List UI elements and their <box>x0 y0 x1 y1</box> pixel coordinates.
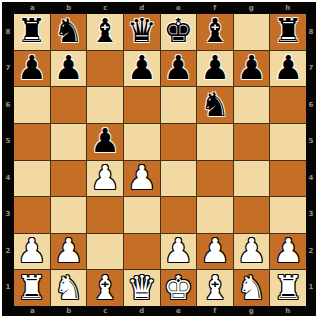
square-g2[interactable]: ♟ <box>234 234 270 270</box>
piece-black-pawn[interactable]: ♟ <box>200 51 230 84</box>
rank-labels-right: 87654321 <box>306 14 316 306</box>
square-d8[interactable]: ♛ <box>124 14 160 50</box>
square-d2[interactable] <box>124 234 160 270</box>
square-b4[interactable] <box>51 161 87 197</box>
square-h1[interactable]: ♜ <box>270 270 306 306</box>
piece-white-bishop[interactable]: ♝ <box>200 271 230 304</box>
square-a4[interactable] <box>14 161 50 197</box>
square-e8[interactable]: ♚ <box>161 14 197 50</box>
square-h7[interactable]: ♟ <box>270 51 306 87</box>
piece-black-pawn[interactable]: ♟ <box>127 51 157 84</box>
rank-labels-left: 87654321 <box>2 14 14 306</box>
file-label-d: d <box>124 306 161 316</box>
square-g7[interactable]: ♟ <box>234 51 270 87</box>
square-f1[interactable]: ♝ <box>197 270 233 306</box>
square-a1[interactable]: ♜ <box>14 270 50 306</box>
file-label-b: b <box>51 2 88 14</box>
rank-label-3: 3 <box>2 197 14 234</box>
piece-white-pawn[interactable]: ♟ <box>237 234 267 267</box>
square-g5[interactable] <box>234 124 270 160</box>
piece-white-rook[interactable]: ♜ <box>17 271 47 304</box>
piece-black-rook[interactable]: ♜ <box>273 14 303 47</box>
square-f5[interactable] <box>197 124 233 160</box>
square-a7[interactable]: ♟ <box>14 51 50 87</box>
piece-white-pawn[interactable]: ♟ <box>54 234 84 267</box>
square-a2[interactable]: ♟ <box>14 234 50 270</box>
file-label-g: g <box>233 2 270 14</box>
piece-black-pawn[interactable]: ♟ <box>164 51 194 84</box>
rank-label-3: 3 <box>306 197 316 234</box>
square-b3[interactable] <box>51 197 87 233</box>
rank-label-4: 4 <box>306 160 316 197</box>
file-labels-bottom: abcdefgh <box>14 306 306 316</box>
square-b2[interactable]: ♟ <box>51 234 87 270</box>
square-e7[interactable]: ♟ <box>161 51 197 87</box>
square-g6[interactable] <box>234 87 270 123</box>
piece-black-queen[interactable]: ♛ <box>127 14 157 47</box>
rank-label-1: 1 <box>306 270 316 307</box>
piece-black-bishop[interactable]: ♝ <box>200 14 230 47</box>
square-g8[interactable] <box>234 14 270 50</box>
square-a8[interactable]: ♜ <box>14 14 50 50</box>
square-g3[interactable] <box>234 197 270 233</box>
square-b7[interactable]: ♟ <box>51 51 87 87</box>
square-h3[interactable] <box>270 197 306 233</box>
rank-label-6: 6 <box>2 87 14 124</box>
file-label-e: e <box>160 2 197 14</box>
square-f6[interactable]: ♞ <box>197 87 233 123</box>
square-e2[interactable]: ♟ <box>161 234 197 270</box>
chess-board: ♜♞♝♛♚♝♜♟♟♟♟♟♟♟♞♟♟♟♟♟♟♟♟♟♜♞♝♛♚♝♞♜ <box>14 14 306 306</box>
square-d3[interactable] <box>124 197 160 233</box>
piece-black-knight[interactable]: ♞ <box>200 88 230 121</box>
square-f4[interactable] <box>197 161 233 197</box>
square-h2[interactable]: ♟ <box>270 234 306 270</box>
file-label-a: a <box>14 2 51 14</box>
file-label-g: g <box>233 306 270 316</box>
piece-black-pawn[interactable]: ♟ <box>54 51 84 84</box>
square-h4[interactable] <box>270 161 306 197</box>
rank-label-7: 7 <box>2 51 14 88</box>
piece-white-knight[interactable]: ♞ <box>237 271 267 304</box>
piece-white-pawn[interactable]: ♟ <box>127 161 157 194</box>
square-c3[interactable] <box>87 197 123 233</box>
rank-label-5: 5 <box>306 124 316 161</box>
square-f3[interactable] <box>197 197 233 233</box>
square-c8[interactable]: ♝ <box>87 14 123 50</box>
piece-black-bishop[interactable]: ♝ <box>90 14 120 47</box>
square-c2[interactable] <box>87 234 123 270</box>
square-g1[interactable]: ♞ <box>234 270 270 306</box>
square-h8[interactable]: ♜ <box>270 14 306 50</box>
piece-black-rook[interactable]: ♜ <box>17 14 47 47</box>
rank-label-4: 4 <box>2 160 14 197</box>
file-label-b: b <box>51 306 88 316</box>
piece-black-pawn[interactable]: ♟ <box>273 51 303 84</box>
file-label-h: h <box>270 2 307 14</box>
piece-black-knight[interactable]: ♞ <box>54 14 84 47</box>
square-c1[interactable]: ♝ <box>87 270 123 306</box>
rank-label-6: 6 <box>306 87 316 124</box>
square-f8[interactable]: ♝ <box>197 14 233 50</box>
square-h6[interactable] <box>270 87 306 123</box>
piece-black-pawn[interactable]: ♟ <box>237 51 267 84</box>
piece-white-pawn[interactable]: ♟ <box>164 234 194 267</box>
piece-white-queen[interactable]: ♛ <box>127 271 157 304</box>
square-b5[interactable] <box>51 124 87 160</box>
square-d4[interactable]: ♟ <box>124 161 160 197</box>
square-b8[interactable]: ♞ <box>51 14 87 50</box>
file-labels-top: abcdefgh <box>14 2 306 14</box>
rank-label-7: 7 <box>306 51 316 88</box>
rank-label-1: 1 <box>2 270 14 307</box>
piece-black-king[interactable]: ♚ <box>164 14 194 47</box>
rank-label-2: 2 <box>306 233 316 270</box>
square-d7[interactable]: ♟ <box>124 51 160 87</box>
file-label-a: a <box>14 306 51 316</box>
square-e3[interactable] <box>161 197 197 233</box>
square-e6[interactable] <box>161 87 197 123</box>
square-h5[interactable] <box>270 124 306 160</box>
file-label-c: c <box>87 306 124 316</box>
file-label-d: d <box>124 2 161 14</box>
file-label-f: f <box>197 2 234 14</box>
piece-white-pawn[interactable]: ♟ <box>17 234 47 267</box>
piece-white-pawn[interactable]: ♟ <box>200 234 230 267</box>
square-a6[interactable] <box>14 87 50 123</box>
square-d1[interactable]: ♛ <box>124 270 160 306</box>
rank-label-5: 5 <box>2 124 14 161</box>
square-g4[interactable] <box>234 161 270 197</box>
square-c5[interactable]: ♟ <box>87 124 123 160</box>
piece-white-pawn[interactable]: ♟ <box>273 234 303 267</box>
rank-label-2: 2 <box>2 233 14 270</box>
square-e1[interactable]: ♚ <box>161 270 197 306</box>
square-b1[interactable]: ♞ <box>51 270 87 306</box>
square-e5[interactable] <box>161 124 197 160</box>
piece-black-pawn[interactable]: ♟ <box>90 124 120 157</box>
piece-white-knight[interactable]: ♞ <box>54 271 84 304</box>
rank-label-8: 8 <box>306 14 316 51</box>
square-c6[interactable] <box>87 87 123 123</box>
chess-board-frame: abcdefgh 87654321 ♜♞♝♛♚♝♜♟♟♟♟♟♟♟♞♟♟♟♟♟♟♟… <box>2 2 316 316</box>
square-b6[interactable] <box>51 87 87 123</box>
piece-white-pawn[interactable]: ♟ <box>90 161 120 194</box>
square-c7[interactable] <box>87 51 123 87</box>
square-d6[interactable] <box>124 87 160 123</box>
file-label-h: h <box>270 306 307 316</box>
square-f2[interactable]: ♟ <box>197 234 233 270</box>
piece-black-pawn[interactable]: ♟ <box>17 51 47 84</box>
file-label-c: c <box>87 2 124 14</box>
square-a5[interactable] <box>14 124 50 160</box>
piece-white-bishop[interactable]: ♝ <box>90 271 120 304</box>
rank-label-8: 8 <box>2 14 14 51</box>
file-label-e: e <box>160 306 197 316</box>
square-f7[interactable]: ♟ <box>197 51 233 87</box>
square-e4[interactable] <box>161 161 197 197</box>
file-label-f: f <box>197 306 234 316</box>
square-c4[interactable]: ♟ <box>87 161 123 197</box>
square-a3[interactable] <box>14 197 50 233</box>
piece-white-rook[interactable]: ♜ <box>273 271 303 304</box>
square-d5[interactable] <box>124 124 160 160</box>
piece-white-king[interactable]: ♚ <box>164 271 194 304</box>
